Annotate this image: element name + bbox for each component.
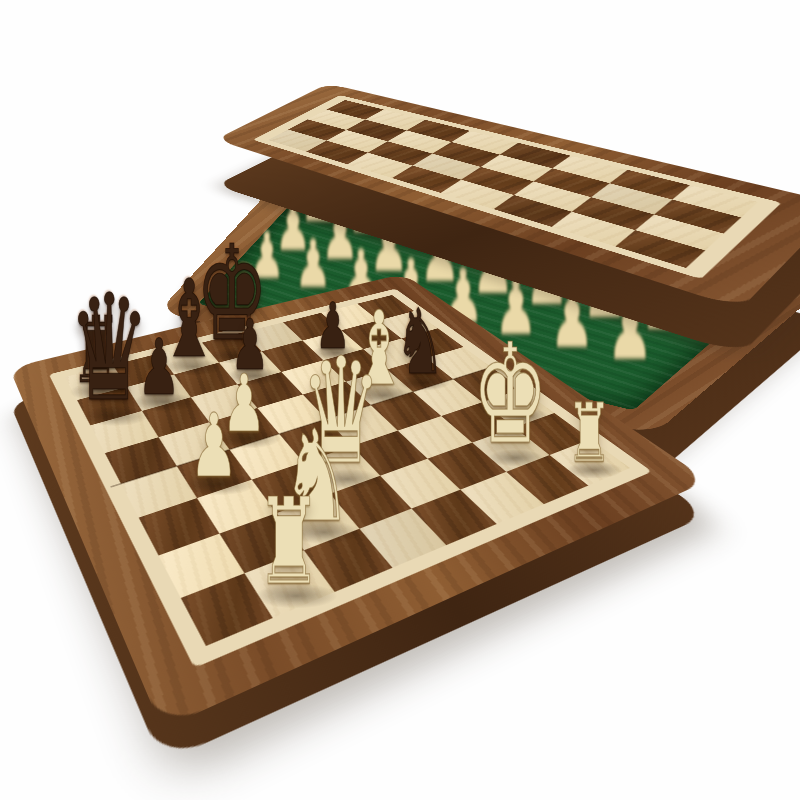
piece-dark-pawn-b7: ♟ [137,331,180,407]
piece-light-king-g2: ♚ [472,327,549,462]
piece-light-pawn-b4: ♟ [189,403,238,489]
piece-light-rook-b1: ♜ [256,485,322,602]
product-photo-scene: ♟♟♟♟♟♟♟♟♟♟♟♟♟♟♟♟♟♟♟♟♟♟♟♟ ♜♝♚♛♟♟♟♞♝♟♟♛♟♞♚… [0,0,800,800]
piece-light-rook-h1: ♜ [567,395,612,475]
